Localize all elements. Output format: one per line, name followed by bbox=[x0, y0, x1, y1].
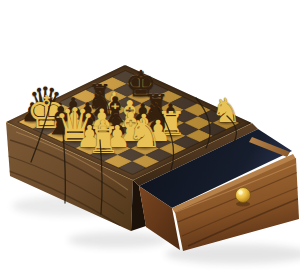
brass-knob bbox=[236, 188, 251, 203]
ground-shadow-front bbox=[68, 232, 168, 248]
brass-knob-highlight bbox=[238, 190, 242, 194]
chess-box-scene: ♟♛♟♟♝♟♞♜♚♝♟♟♟♜♞♟♚♛♟♜♟♟♟♟♝♞♟♟♝♟♜♞ bbox=[0, 0, 300, 276]
